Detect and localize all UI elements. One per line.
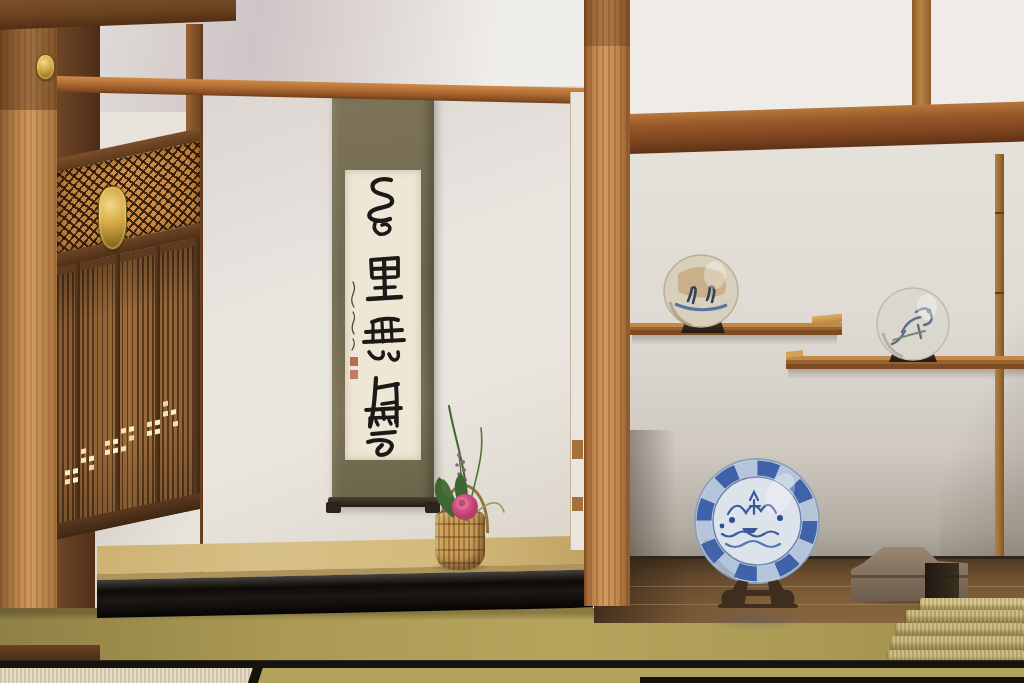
- pink-flower: [452, 494, 478, 520]
- scroll-roller-knob: [326, 502, 341, 513]
- large-porcelain-dish: [692, 458, 822, 588]
- shelf-shadow: [632, 335, 837, 345]
- wall-top-right: [602, 0, 1024, 118]
- door-pierced-squares: [147, 430, 152, 436]
- door-pierced-squares: [105, 449, 110, 455]
- alcove-side-gap: [570, 92, 585, 550]
- tatami-border: [640, 677, 1024, 683]
- tokonoma-platform: [97, 536, 593, 618]
- wall-right-corner-shadow: [940, 300, 1024, 562]
- door-stile: [115, 254, 120, 527]
- tatami-room-photo: 萬里無片雲: [0, 0, 1024, 683]
- gilt-fitting-icon: [98, 186, 127, 250]
- shelf-plate-right: [876, 287, 950, 361]
- calligraphy-strokes: [345, 170, 421, 460]
- door-stile: [155, 246, 160, 519]
- shelf-plate-left: [662, 254, 740, 330]
- door-stile: [75, 263, 80, 536]
- pillar-top-shade: [584, 0, 630, 46]
- toko-bashira-pillar: [584, 0, 630, 606]
- flowers: [415, 400, 507, 526]
- door-pierced-squares: [65, 470, 70, 476]
- wooden-stand-edge: [851, 575, 968, 578]
- batten-joint: [995, 212, 1004, 214]
- red-seal: [350, 357, 358, 366]
- door-stile: [194, 237, 200, 510]
- plate-reflection: [700, 608, 812, 630]
- wooden-stand-opening: [925, 563, 959, 600]
- gap-wood-tab: [572, 497, 583, 511]
- ikebana-arrangement: [415, 400, 507, 578]
- top-right-post: [912, 0, 931, 118]
- sliding-doors: [57, 237, 200, 539]
- pale-woven-mat: [0, 668, 258, 683]
- gap-wood-tab: [572, 440, 583, 459]
- gilt-fitting-icon: [36, 54, 55, 80]
- dish-stand: [714, 578, 802, 608]
- batten-joint: [995, 292, 1004, 294]
- red-seal: [350, 370, 358, 379]
- shelf-shadow: [788, 369, 1024, 379]
